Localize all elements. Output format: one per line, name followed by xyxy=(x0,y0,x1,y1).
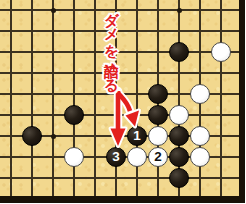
board-intersection xyxy=(22,147,43,168)
board-intersection xyxy=(1,84,22,105)
board-intersection xyxy=(169,168,190,189)
board-intersection xyxy=(43,84,64,105)
board-intersection xyxy=(127,147,148,168)
board-intersection xyxy=(148,189,169,204)
board-intersection xyxy=(232,63,246,84)
white-stone xyxy=(148,126,169,147)
board-intersection xyxy=(190,42,211,63)
board-intersection xyxy=(85,42,106,63)
board-intersection: 3 xyxy=(106,147,127,168)
board-intersection xyxy=(127,21,148,42)
board-intersection xyxy=(232,126,246,147)
board-intersection xyxy=(85,105,106,126)
black-stone: 3 xyxy=(106,147,127,168)
board-intersection xyxy=(232,168,246,189)
board-intersection xyxy=(211,42,232,63)
board-intersection xyxy=(211,189,232,204)
board-intersection xyxy=(190,105,211,126)
board-intersection xyxy=(43,147,64,168)
annotation-text: ダメを詰める xyxy=(104,1,119,86)
board-intersection xyxy=(22,84,43,105)
board-intersection xyxy=(148,21,169,42)
black-stone xyxy=(64,105,85,126)
board-intersection xyxy=(190,63,211,84)
board-intersection xyxy=(85,21,106,42)
board-intersection xyxy=(64,105,85,126)
board-intersection xyxy=(211,84,232,105)
board-intersection xyxy=(106,168,127,189)
board-intersection xyxy=(169,21,190,42)
board-intersection xyxy=(190,147,211,168)
board-intersection xyxy=(85,63,106,84)
board-intersection xyxy=(232,105,246,126)
black-stone xyxy=(148,84,169,105)
board-intersection xyxy=(169,147,190,168)
board-intersection xyxy=(64,84,85,105)
board-intersection xyxy=(43,105,64,126)
board-intersection xyxy=(43,42,64,63)
board-intersection xyxy=(64,0,85,21)
board-intersection xyxy=(1,0,22,21)
board-intersection xyxy=(64,21,85,42)
board-intersection xyxy=(190,189,211,204)
board-intersection xyxy=(85,84,106,105)
board-intersection xyxy=(64,189,85,204)
board-intersection xyxy=(127,168,148,189)
board-intersection xyxy=(64,147,85,168)
board-intersection xyxy=(64,42,85,63)
board-intersection xyxy=(211,126,232,147)
board-intersection xyxy=(106,126,127,147)
board-intersection xyxy=(43,168,64,189)
board-intersection xyxy=(85,147,106,168)
board-intersection xyxy=(22,105,43,126)
board-intersection xyxy=(22,42,43,63)
move-number-label: 3 xyxy=(112,150,120,164)
board-intersection xyxy=(106,105,127,126)
board-intersection xyxy=(169,84,190,105)
board-intersection xyxy=(169,63,190,84)
board-intersection xyxy=(22,0,43,21)
board-intersection xyxy=(148,0,169,21)
black-stone xyxy=(169,147,190,168)
board-intersection xyxy=(127,189,148,204)
board-intersection xyxy=(43,126,64,147)
board-intersection xyxy=(232,21,246,42)
board-intersection xyxy=(190,0,211,21)
board-intersection xyxy=(127,0,148,21)
board-intersection xyxy=(232,42,246,63)
board-intersection xyxy=(169,0,190,21)
board-intersection xyxy=(169,42,190,63)
white-stone xyxy=(190,126,211,147)
board-intersection xyxy=(1,147,22,168)
board-intersection xyxy=(22,63,43,84)
board-intersection xyxy=(211,63,232,84)
white-stone xyxy=(64,147,85,168)
board-intersection: 1 xyxy=(127,126,148,147)
board-intersection xyxy=(1,168,22,189)
board-intersection xyxy=(85,126,106,147)
go-diagram: 132 ダメを詰める xyxy=(0,0,245,203)
board-intersection xyxy=(148,63,169,84)
board-intersection xyxy=(169,189,190,204)
move-number-label: 2 xyxy=(154,150,162,164)
board-intersection xyxy=(211,105,232,126)
board-intersection xyxy=(127,63,148,84)
board-intersection xyxy=(148,105,169,126)
board-intersection xyxy=(22,21,43,42)
white-stone xyxy=(190,147,211,168)
black-stone: 1 xyxy=(127,126,148,147)
board-intersection xyxy=(211,21,232,42)
board-intersection xyxy=(232,189,246,204)
board-intersection xyxy=(127,42,148,63)
board-intersection xyxy=(43,63,64,84)
board-intersection xyxy=(64,168,85,189)
board-intersection xyxy=(127,84,148,105)
board-intersection xyxy=(1,189,22,204)
white-stone xyxy=(190,84,211,105)
move-number-label: 1 xyxy=(133,129,141,143)
board-intersection xyxy=(232,147,246,168)
black-stone xyxy=(169,168,190,189)
board-intersection xyxy=(169,105,190,126)
black-stone xyxy=(169,126,190,147)
board-intersection xyxy=(190,21,211,42)
board-intersection xyxy=(148,126,169,147)
board-intersection xyxy=(43,21,64,42)
board-intersection xyxy=(211,147,232,168)
black-stone xyxy=(148,105,169,126)
board-intersection xyxy=(1,63,22,84)
board-intersection xyxy=(43,189,64,204)
board-intersection xyxy=(22,189,43,204)
board-intersection xyxy=(64,63,85,84)
board-intersection xyxy=(211,0,232,21)
board-intersection xyxy=(169,126,190,147)
board-intersection xyxy=(85,168,106,189)
board-intersection xyxy=(22,168,43,189)
board-intersection xyxy=(190,168,211,189)
board-intersection xyxy=(1,126,22,147)
board-intersection xyxy=(211,168,232,189)
board-intersection xyxy=(148,84,169,105)
black-stone xyxy=(169,42,190,63)
board-intersection xyxy=(148,168,169,189)
board-intersection xyxy=(1,21,22,42)
board-intersection xyxy=(127,105,148,126)
board-intersection xyxy=(106,84,127,105)
board-intersection xyxy=(22,126,43,147)
white-stone xyxy=(169,105,190,126)
board-intersection xyxy=(232,84,246,105)
white-stone xyxy=(127,147,148,168)
board-intersection xyxy=(190,84,211,105)
board-intersection xyxy=(85,189,106,204)
board-intersection: 2 xyxy=(148,147,169,168)
board-intersection xyxy=(106,189,127,204)
board-intersection xyxy=(1,105,22,126)
board-intersection xyxy=(64,126,85,147)
white-stone xyxy=(211,42,232,63)
board-intersection xyxy=(85,0,106,21)
white-stone: 2 xyxy=(148,147,169,168)
board-intersection xyxy=(1,42,22,63)
board-intersection xyxy=(232,0,246,21)
board-intersection xyxy=(148,42,169,63)
black-stone xyxy=(22,126,43,147)
goban-grid: 132 xyxy=(1,0,246,203)
board-intersection xyxy=(43,0,64,21)
board-intersection xyxy=(190,126,211,147)
